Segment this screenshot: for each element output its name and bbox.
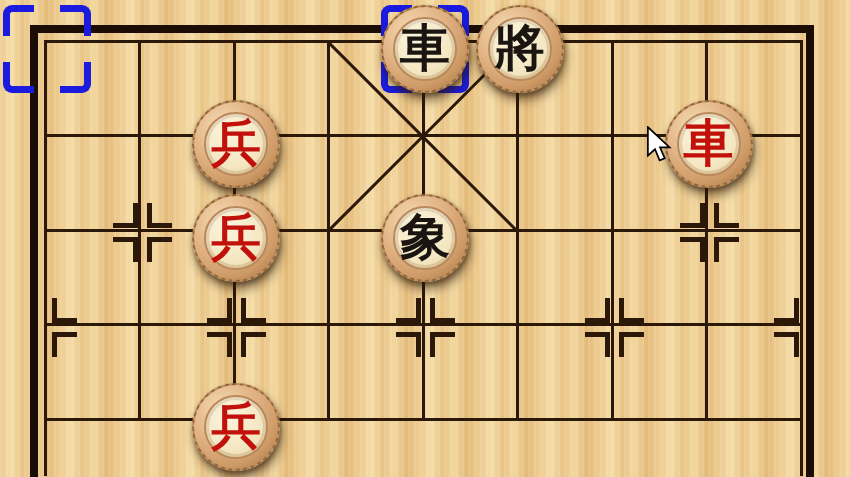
point-marker	[113, 203, 138, 228]
piece-glyph: 車	[684, 118, 734, 168]
piece-face: 兵	[204, 112, 268, 176]
piece-face: 車	[677, 112, 741, 176]
point-marker	[113, 237, 138, 262]
point-marker	[430, 298, 455, 323]
point-marker	[619, 332, 644, 357]
piece-black-general[interactable]: 將	[476, 5, 564, 93]
bracket-corner	[60, 5, 91, 36]
piece-black-elephant[interactable]: 象	[381, 194, 469, 282]
file-line	[138, 40, 141, 421]
piece-face: 車	[393, 17, 457, 81]
point-marker	[680, 237, 705, 262]
point-marker	[714, 237, 739, 262]
piece-glyph: 車	[400, 23, 450, 73]
point-marker	[680, 203, 705, 228]
piece-red-soldier[interactable]: 兵	[192, 383, 280, 471]
piece-face: 將	[488, 17, 552, 81]
point-marker	[774, 332, 799, 357]
piece-glyph: 將	[495, 23, 545, 73]
point-marker	[52, 298, 77, 323]
piece-face: 象	[393, 206, 457, 270]
bracket-corner	[3, 5, 34, 36]
piece-glyph: 兵	[211, 118, 261, 168]
bracket-corner	[60, 62, 91, 93]
point-marker	[207, 332, 232, 357]
piece-red-chariot[interactable]: 車	[665, 100, 753, 188]
file-line	[44, 40, 47, 476]
piece-glyph: 兵	[211, 212, 261, 262]
point-marker	[147, 203, 172, 228]
point-marker	[585, 298, 610, 323]
point-marker	[430, 332, 455, 357]
point-marker	[207, 298, 232, 323]
xiangqi-board[interactable]: 車將兵車兵象兵	[0, 0, 850, 477]
piece-glyph: 象	[400, 212, 450, 262]
point-marker	[396, 298, 421, 323]
point-marker	[774, 298, 799, 323]
piece-face: 兵	[204, 206, 268, 270]
piece-black-chariot[interactable]: 車	[381, 5, 469, 93]
bracket-corner	[3, 62, 34, 93]
piece-red-soldier[interactable]: 兵	[192, 194, 280, 282]
point-marker	[147, 237, 172, 262]
piece-face: 兵	[204, 395, 268, 459]
point-marker	[714, 203, 739, 228]
file-line	[611, 40, 614, 421]
point-marker	[241, 298, 266, 323]
piece-glyph: 兵	[211, 401, 261, 451]
point-marker	[241, 332, 266, 357]
point-marker	[619, 298, 644, 323]
file-line	[800, 40, 803, 476]
point-marker	[52, 332, 77, 357]
file-line	[705, 40, 708, 421]
point-marker	[396, 332, 421, 357]
piece-red-soldier[interactable]: 兵	[192, 100, 280, 188]
last-move-from-marker	[3, 5, 91, 93]
point-marker	[585, 332, 610, 357]
